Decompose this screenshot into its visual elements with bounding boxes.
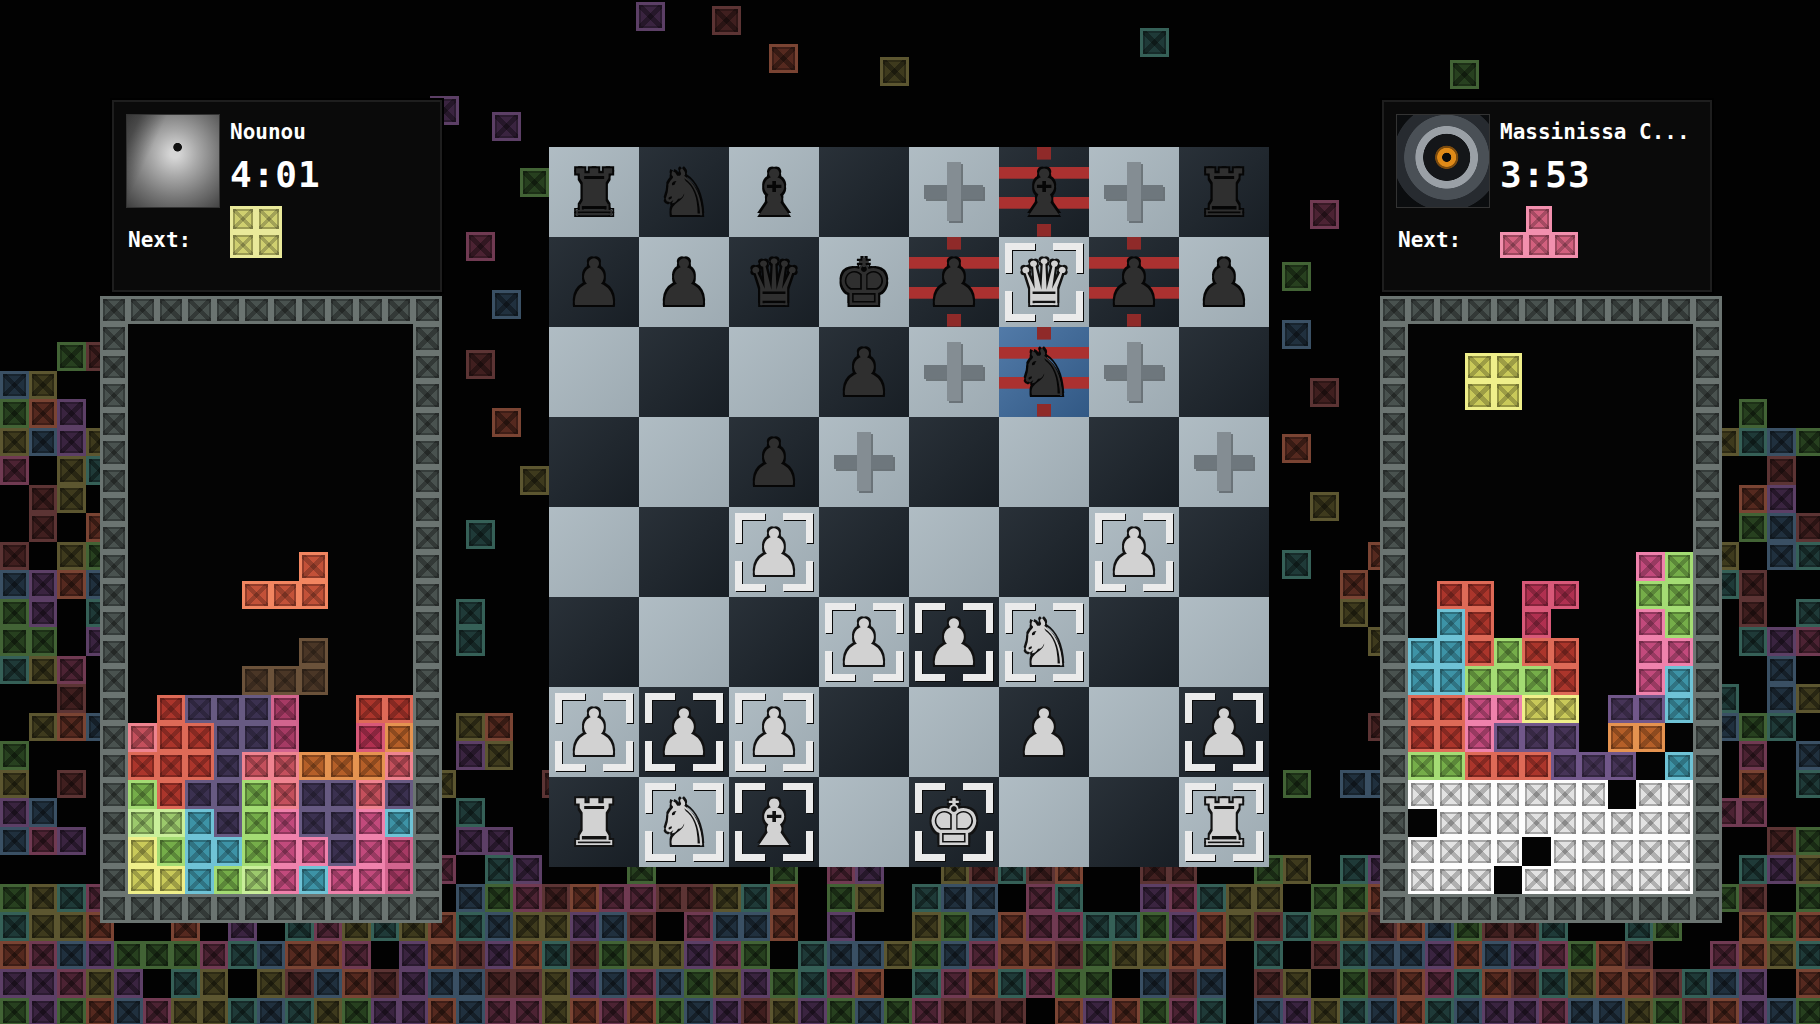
square-d7[interactable]: ♚ bbox=[819, 237, 909, 327]
background-block bbox=[1482, 998, 1511, 1024]
background-block bbox=[713, 941, 742, 970]
background-block bbox=[1340, 599, 1369, 628]
background-block bbox=[741, 912, 770, 941]
background-block bbox=[200, 998, 229, 1024]
background-block bbox=[513, 998, 542, 1024]
stack-block-W bbox=[1522, 780, 1551, 809]
stack-block-T bbox=[185, 837, 214, 866]
board-frame-tile bbox=[385, 894, 414, 923]
board-frame-tile bbox=[413, 866, 442, 895]
stack-block-W bbox=[1465, 780, 1494, 809]
background-block bbox=[0, 656, 29, 685]
background-block bbox=[1283, 969, 1312, 998]
square-a5[interactable] bbox=[549, 417, 639, 507]
background-block bbox=[513, 941, 542, 970]
stack-block-D bbox=[1579, 752, 1608, 781]
background-block bbox=[29, 656, 58, 685]
background-block bbox=[1796, 827, 1820, 856]
stack-block-U bbox=[242, 695, 271, 724]
background-block bbox=[1283, 912, 1312, 941]
stack-block-M bbox=[271, 723, 300, 752]
square-a6[interactable] bbox=[549, 327, 639, 417]
board-frame-tile bbox=[1494, 894, 1523, 923]
background-block bbox=[1083, 969, 1112, 998]
background-block bbox=[1767, 827, 1796, 856]
background-block bbox=[114, 969, 143, 998]
background-block bbox=[342, 941, 371, 970]
board-frame-tile bbox=[1579, 894, 1608, 923]
stack-block-R bbox=[385, 695, 414, 724]
background-block bbox=[1739, 599, 1768, 628]
stack-block-W bbox=[1579, 837, 1608, 866]
square-a4[interactable] bbox=[549, 507, 639, 597]
white-knight-f3: ♞ bbox=[999, 597, 1089, 687]
background-block bbox=[912, 941, 941, 970]
square-h4[interactable] bbox=[1179, 507, 1269, 597]
background-block bbox=[171, 941, 200, 970]
next-piece-block bbox=[1526, 206, 1552, 232]
square-c8[interactable]: ♝ bbox=[729, 147, 819, 237]
square-d1[interactable] bbox=[819, 777, 909, 867]
background-block bbox=[57, 570, 86, 599]
board-frame-tile bbox=[1665, 296, 1694, 325]
square-d3[interactable]: ♟ bbox=[819, 597, 909, 687]
background-block bbox=[520, 168, 549, 197]
square-c1[interactable]: ♝ bbox=[729, 777, 819, 867]
stack-block-Y bbox=[128, 866, 157, 895]
background-block bbox=[57, 542, 86, 571]
square-f4[interactable] bbox=[999, 507, 1089, 597]
background-block bbox=[485, 713, 514, 742]
square-e7[interactable]: ♟ bbox=[909, 237, 999, 327]
background-block bbox=[1254, 969, 1283, 998]
board-frame-tile bbox=[157, 894, 186, 923]
background-block bbox=[855, 969, 884, 998]
board-frame-tile bbox=[1551, 296, 1580, 325]
board-frame-tile bbox=[413, 410, 442, 439]
background-block bbox=[1055, 998, 1084, 1024]
background-block bbox=[1340, 969, 1369, 998]
board-frame-tile bbox=[1693, 695, 1722, 724]
background-block bbox=[1311, 884, 1340, 913]
background-block bbox=[285, 998, 314, 1024]
board-frame-tile bbox=[1380, 552, 1409, 581]
stack-block-G bbox=[1494, 638, 1523, 667]
stack-block-O bbox=[1636, 723, 1665, 752]
background-block bbox=[1739, 713, 1768, 742]
board-frame-tile bbox=[413, 438, 442, 467]
board-frame-tile bbox=[185, 894, 214, 923]
board-frame-tile bbox=[1465, 296, 1494, 325]
square-b7[interactable]: ♟ bbox=[639, 237, 729, 327]
background-block bbox=[1340, 770, 1369, 799]
background-block bbox=[542, 884, 571, 913]
stack-block-G bbox=[242, 780, 271, 809]
background-block bbox=[827, 884, 856, 913]
board-frame-tile bbox=[413, 752, 442, 781]
stack-block-W bbox=[1665, 866, 1694, 895]
square-h5[interactable] bbox=[1179, 417, 1269, 507]
board-frame-tile bbox=[413, 381, 442, 410]
background-block bbox=[29, 599, 58, 628]
background-block bbox=[1055, 969, 1084, 998]
next-piece-block bbox=[230, 232, 256, 258]
square-b4[interactable] bbox=[639, 507, 729, 597]
square-e1[interactable]: ♚ bbox=[909, 777, 999, 867]
background-block bbox=[741, 884, 770, 913]
background-block bbox=[1055, 941, 1084, 970]
square-g2[interactable] bbox=[1089, 687, 1179, 777]
background-block bbox=[684, 884, 713, 913]
board-frame-tile bbox=[100, 552, 129, 581]
square-c7[interactable]: ♛ bbox=[729, 237, 819, 327]
background-block bbox=[1112, 941, 1141, 970]
square-d8[interactable] bbox=[819, 147, 909, 237]
square-a8[interactable]: ♜ bbox=[549, 147, 639, 237]
stack-block-K bbox=[1636, 552, 1665, 581]
background-block bbox=[798, 941, 827, 970]
square-d6[interactable]: ♟ bbox=[819, 327, 909, 417]
background-block bbox=[1310, 200, 1339, 229]
background-block bbox=[57, 428, 86, 457]
stack-block-P bbox=[271, 752, 300, 781]
square-g4[interactable]: ♟ bbox=[1089, 507, 1179, 597]
board-frame-tile bbox=[1693, 381, 1722, 410]
square-c2[interactable]: ♟ bbox=[729, 687, 819, 777]
background-block bbox=[1796, 998, 1820, 1024]
board-frame-tile bbox=[128, 296, 157, 325]
background-block bbox=[1112, 912, 1141, 941]
background-block bbox=[827, 941, 856, 970]
square-g7[interactable]: ♟ bbox=[1089, 237, 1179, 327]
board-frame-tile bbox=[100, 467, 129, 496]
square-d2[interactable] bbox=[819, 687, 909, 777]
background-block bbox=[969, 941, 998, 970]
background-block bbox=[0, 371, 29, 400]
background-block bbox=[257, 941, 286, 970]
background-block bbox=[1282, 434, 1311, 463]
square-e8[interactable] bbox=[909, 147, 999, 237]
stack-block-W bbox=[1437, 866, 1466, 895]
background-block bbox=[1796, 741, 1820, 770]
stack-block-K bbox=[356, 809, 385, 838]
background-block bbox=[314, 998, 343, 1024]
board-frame-tile bbox=[1408, 296, 1437, 325]
background-block bbox=[371, 998, 400, 1024]
background-block bbox=[0, 428, 29, 457]
background-block bbox=[0, 998, 29, 1024]
background-block bbox=[880, 57, 909, 86]
stack-block-W bbox=[1636, 780, 1665, 809]
board-frame-tile bbox=[1380, 780, 1409, 809]
background-block bbox=[1739, 969, 1768, 998]
board-frame-tile bbox=[1693, 495, 1722, 524]
stack-block-C bbox=[1522, 609, 1551, 638]
square-h7[interactable]: ♟ bbox=[1179, 237, 1269, 327]
background-block bbox=[57, 998, 86, 1024]
stack-block-G bbox=[242, 837, 271, 866]
stack-block-N bbox=[242, 666, 271, 695]
stack-block-G bbox=[1494, 666, 1523, 695]
background-block bbox=[1596, 969, 1625, 998]
board-frame-tile bbox=[1693, 780, 1722, 809]
player-panel-left: Nounou 4:01 Next: bbox=[112, 100, 442, 292]
square-c6[interactable] bbox=[729, 327, 819, 417]
background-block bbox=[912, 912, 941, 941]
square-h1[interactable]: ♜ bbox=[1179, 777, 1269, 867]
stack-block-W bbox=[1465, 809, 1494, 838]
board-frame-tile bbox=[328, 894, 357, 923]
background-block bbox=[1450, 60, 1479, 89]
square-e3[interactable]: ♟ bbox=[909, 597, 999, 687]
background-block bbox=[599, 884, 628, 913]
board-frame-tile bbox=[1380, 438, 1409, 467]
background-block bbox=[29, 912, 58, 941]
square-e6[interactable] bbox=[909, 327, 999, 417]
background-block bbox=[713, 998, 742, 1024]
board-frame-tile bbox=[1693, 752, 1722, 781]
background-block bbox=[770, 998, 799, 1024]
stack-block-R bbox=[185, 723, 214, 752]
square-e4[interactable] bbox=[909, 507, 999, 597]
background-block bbox=[1568, 941, 1597, 970]
board-frame-tile bbox=[242, 296, 271, 325]
square-f3[interactable]: ♞ bbox=[999, 597, 1089, 687]
stack-block-W bbox=[1551, 809, 1580, 838]
background-block bbox=[1311, 941, 1340, 970]
background-block bbox=[684, 998, 713, 1024]
stack-block-W bbox=[1551, 780, 1580, 809]
background-block bbox=[1340, 912, 1369, 941]
square-a1[interactable]: ♜ bbox=[549, 777, 639, 867]
background-block bbox=[456, 713, 485, 742]
square-f2[interactable]: ♟ bbox=[999, 687, 1089, 777]
stack-block-W bbox=[1522, 866, 1551, 895]
board-frame-tile bbox=[100, 695, 129, 724]
background-block bbox=[513, 884, 542, 913]
background-block bbox=[1283, 770, 1312, 799]
background-block bbox=[285, 969, 314, 998]
background-block bbox=[485, 827, 514, 856]
background-block bbox=[428, 998, 457, 1024]
board-frame-tile bbox=[413, 324, 442, 353]
square-c3[interactable] bbox=[729, 597, 819, 687]
background-block bbox=[542, 941, 571, 970]
background-block bbox=[29, 428, 58, 457]
background-block bbox=[884, 941, 913, 970]
square-b3[interactable] bbox=[639, 597, 729, 687]
board-frame-tile bbox=[413, 296, 442, 325]
stack-block-R bbox=[157, 723, 186, 752]
background-block bbox=[1767, 513, 1796, 542]
background-block bbox=[798, 969, 827, 998]
left-player-avatar bbox=[126, 114, 220, 208]
black-pawn-a7: ♟ bbox=[549, 237, 639, 327]
background-block bbox=[0, 741, 29, 770]
stack-block-Y bbox=[128, 837, 157, 866]
background-block bbox=[114, 998, 143, 1024]
background-block bbox=[855, 998, 884, 1024]
board-frame-tile bbox=[271, 296, 300, 325]
stack-block-R bbox=[1437, 695, 1466, 724]
stack-block-N bbox=[299, 666, 328, 695]
board-frame-tile bbox=[1380, 866, 1409, 895]
background-block bbox=[1197, 884, 1226, 913]
white-king-e1: ♚ bbox=[909, 777, 999, 867]
move-hint-icon bbox=[1089, 327, 1179, 417]
background-block bbox=[627, 969, 656, 998]
square-f7[interactable]: ♛ bbox=[999, 237, 1089, 327]
background-block bbox=[827, 969, 856, 998]
board-frame-tile bbox=[1636, 894, 1665, 923]
background-block bbox=[1539, 998, 1568, 1024]
background-block bbox=[456, 998, 485, 1024]
background-block bbox=[969, 912, 998, 941]
stack-block-R bbox=[157, 780, 186, 809]
square-g1[interactable] bbox=[1089, 777, 1179, 867]
background-block bbox=[57, 912, 86, 941]
board-frame-tile bbox=[356, 894, 385, 923]
background-block bbox=[1739, 770, 1768, 799]
stack-block-K bbox=[356, 837, 385, 866]
background-block bbox=[769, 44, 798, 73]
background-block bbox=[1539, 941, 1568, 970]
square-a7[interactable]: ♟ bbox=[549, 237, 639, 327]
black-knight-b8: ♞ bbox=[639, 147, 729, 237]
board-frame-tile bbox=[1380, 752, 1409, 781]
square-f1[interactable] bbox=[999, 777, 1089, 867]
black-pawn-b7: ♟ bbox=[639, 237, 729, 327]
stack-block-R bbox=[1408, 723, 1437, 752]
board-frame-tile bbox=[1380, 809, 1409, 838]
background-block bbox=[0, 941, 29, 970]
square-a2[interactable]: ♟ bbox=[549, 687, 639, 777]
background-block bbox=[29, 627, 58, 656]
square-h3[interactable] bbox=[1179, 597, 1269, 687]
background-block bbox=[998, 998, 1027, 1024]
background-block bbox=[1254, 941, 1283, 970]
stack-block-Y bbox=[1494, 353, 1523, 382]
background-block bbox=[1340, 855, 1369, 884]
square-f8[interactable]: ♝ bbox=[999, 147, 1089, 237]
stack-block-R bbox=[157, 752, 186, 781]
background-block bbox=[285, 941, 314, 970]
background-block bbox=[1767, 998, 1796, 1024]
square-a3[interactable] bbox=[549, 597, 639, 687]
background-block bbox=[1026, 912, 1055, 941]
background-block bbox=[466, 350, 495, 379]
background-block bbox=[1282, 550, 1311, 579]
background-block bbox=[29, 570, 58, 599]
square-g8[interactable] bbox=[1089, 147, 1179, 237]
stack-block-T bbox=[1437, 638, 1466, 667]
board-frame-tile bbox=[1693, 866, 1722, 895]
square-b2[interactable]: ♟ bbox=[639, 687, 729, 777]
board-frame-tile bbox=[1693, 638, 1722, 667]
board-frame-tile bbox=[1380, 609, 1409, 638]
stack-block-C bbox=[1551, 581, 1580, 610]
background-block bbox=[171, 969, 200, 998]
board-frame-tile bbox=[1380, 381, 1409, 410]
background-block bbox=[1796, 684, 1820, 713]
stack-block-W bbox=[1636, 837, 1665, 866]
square-b8[interactable]: ♞ bbox=[639, 147, 729, 237]
next-piece-block bbox=[1552, 232, 1578, 258]
board-frame-tile bbox=[356, 296, 385, 325]
stack-block-U bbox=[242, 723, 271, 752]
square-b6[interactable] bbox=[639, 327, 729, 417]
square-g6[interactable] bbox=[1089, 327, 1179, 417]
stack-block-L bbox=[242, 866, 271, 895]
background-block bbox=[1226, 912, 1255, 941]
background-block bbox=[57, 713, 86, 742]
stack-block-R bbox=[1551, 638, 1580, 667]
square-b1[interactable]: ♞ bbox=[639, 777, 729, 867]
board-frame-tile bbox=[1380, 666, 1409, 695]
square-h2[interactable]: ♟ bbox=[1179, 687, 1269, 777]
stack-block-T bbox=[1437, 609, 1466, 638]
stack-block-W bbox=[1636, 809, 1665, 838]
stack-block-C bbox=[356, 723, 385, 752]
board-frame-tile bbox=[1693, 723, 1722, 752]
background-block bbox=[29, 513, 58, 542]
background-block bbox=[998, 941, 1027, 970]
square-f6[interactable]: ♞ bbox=[999, 327, 1089, 417]
stack-block-W bbox=[1665, 837, 1694, 866]
stack-block-W bbox=[1522, 809, 1551, 838]
background-block bbox=[1767, 912, 1796, 941]
background-block bbox=[1767, 656, 1796, 685]
board-frame-tile bbox=[299, 296, 328, 325]
square-e2[interactable] bbox=[909, 687, 999, 777]
square-g5[interactable] bbox=[1089, 417, 1179, 507]
stack-block-R bbox=[1494, 752, 1523, 781]
square-c5[interactable]: ♟ bbox=[729, 417, 819, 507]
square-g3[interactable] bbox=[1089, 597, 1179, 687]
square-e5[interactable] bbox=[909, 417, 999, 507]
square-b5[interactable] bbox=[639, 417, 729, 507]
background-block bbox=[570, 884, 599, 913]
left-player-clock: 4:01 bbox=[230, 154, 321, 195]
background-block bbox=[0, 399, 29, 428]
background-block bbox=[1739, 399, 1768, 428]
board-frame-tile bbox=[413, 723, 442, 752]
background-block bbox=[29, 485, 58, 514]
background-block bbox=[1596, 941, 1625, 970]
board-frame-tile bbox=[1693, 438, 1722, 467]
square-c4[interactable]: ♟ bbox=[729, 507, 819, 597]
background-block bbox=[855, 941, 884, 970]
stack-block-R bbox=[1408, 695, 1437, 724]
square-h6[interactable] bbox=[1179, 327, 1269, 417]
square-d5[interactable] bbox=[819, 417, 909, 507]
background-block bbox=[1026, 941, 1055, 970]
white-rook-a1: ♜ bbox=[549, 777, 639, 867]
board-frame-tile bbox=[1380, 894, 1409, 923]
background-block bbox=[228, 941, 257, 970]
background-block bbox=[57, 884, 86, 913]
move-hint-icon bbox=[909, 147, 999, 237]
square-d4[interactable] bbox=[819, 507, 909, 597]
stack-block-W bbox=[1636, 866, 1665, 895]
black-pawn-c5: ♟ bbox=[729, 417, 819, 507]
square-h8[interactable]: ♜ bbox=[1179, 147, 1269, 237]
stack-block-O bbox=[1608, 723, 1637, 752]
board-frame-tile bbox=[1693, 552, 1722, 581]
square-f5[interactable] bbox=[999, 417, 1089, 507]
white-pawn-f2: ♟ bbox=[999, 687, 1089, 777]
background-block bbox=[1796, 884, 1820, 913]
